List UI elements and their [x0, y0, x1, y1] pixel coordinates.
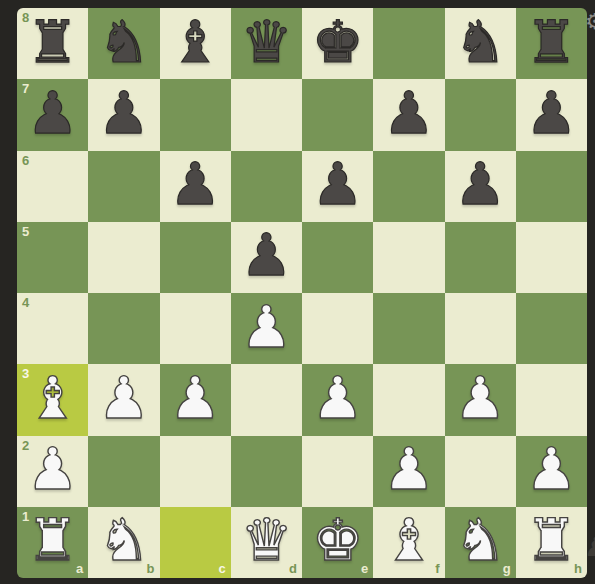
- square-b3[interactable]: ♟: [88, 364, 159, 435]
- white-pawn[interactable]: ♟: [525, 440, 577, 498]
- square-d1[interactable]: d♛: [231, 507, 302, 578]
- square-b2[interactable]: [88, 436, 159, 507]
- square-e7[interactable]: [302, 79, 373, 150]
- square-c7[interactable]: [160, 79, 231, 150]
- black-pawn[interactable]: ♟: [312, 155, 364, 213]
- square-a2[interactable]: 2♟: [17, 436, 88, 507]
- square-d5[interactable]: ♟: [231, 222, 302, 293]
- square-c4[interactable]: [160, 293, 231, 364]
- file-label-c: c: [219, 562, 226, 575]
- black-pawn[interactable]: ♟: [240, 226, 292, 284]
- white-pawn[interactable]: ♟: [27, 440, 79, 498]
- settings-gear-icon[interactable]: ⚙: [585, 11, 595, 33]
- square-e1[interactable]: e♚: [302, 507, 373, 578]
- square-d3[interactable]: [231, 364, 302, 435]
- square-g3[interactable]: ♟: [445, 364, 516, 435]
- black-pawn[interactable]: ♟: [27, 84, 79, 142]
- square-h6[interactable]: [516, 151, 587, 222]
- square-g2[interactable]: [445, 436, 516, 507]
- white-pawn[interactable]: ♟: [383, 440, 435, 498]
- white-bishop[interactable]: ♝: [27, 369, 79, 427]
- square-d7[interactable]: [231, 79, 302, 150]
- white-bishop[interactable]: ♝: [383, 511, 435, 569]
- square-h4[interactable]: [516, 293, 587, 364]
- square-h5[interactable]: [516, 222, 587, 293]
- square-e6[interactable]: ♟: [302, 151, 373, 222]
- chess-board[interactable]: 8♜♞♝♛♚♞♜7♟♟♟♟6♟♟♟5♟4♟3♝♟♟♟♟2♟♟♟1a♜b♞cd♛e…: [17, 8, 587, 578]
- partial-pawn-icon: ♟: [584, 534, 595, 560]
- square-b4[interactable]: [88, 293, 159, 364]
- file-label-f: f: [435, 562, 439, 575]
- square-f6[interactable]: [373, 151, 444, 222]
- square-b1[interactable]: b♞: [88, 507, 159, 578]
- white-pawn[interactable]: ♟: [98, 369, 150, 427]
- square-f7[interactable]: ♟: [373, 79, 444, 150]
- square-a4[interactable]: 4: [17, 293, 88, 364]
- white-knight[interactable]: ♞: [98, 511, 150, 569]
- square-a1[interactable]: 1a♜: [17, 507, 88, 578]
- square-d2[interactable]: [231, 436, 302, 507]
- square-a5[interactable]: 5: [17, 222, 88, 293]
- black-pawn[interactable]: ♟: [454, 155, 506, 213]
- square-d8[interactable]: ♛: [231, 8, 302, 79]
- square-g8[interactable]: ♞: [445, 8, 516, 79]
- square-h2[interactable]: ♟: [516, 436, 587, 507]
- square-b5[interactable]: [88, 222, 159, 293]
- black-pawn[interactable]: ♟: [169, 155, 221, 213]
- square-b7[interactable]: ♟: [88, 79, 159, 150]
- square-c2[interactable]: [160, 436, 231, 507]
- rank-label-6: 6: [22, 154, 29, 167]
- square-e2[interactable]: [302, 436, 373, 507]
- square-c6[interactable]: ♟: [160, 151, 231, 222]
- black-knight[interactable]: ♞: [98, 13, 150, 71]
- square-e3[interactable]: ♟: [302, 364, 373, 435]
- square-f4[interactable]: [373, 293, 444, 364]
- square-a3[interactable]: 3♝: [17, 364, 88, 435]
- white-knight[interactable]: ♞: [454, 511, 506, 569]
- square-d6[interactable]: [231, 151, 302, 222]
- chess-app-window: 8♜♞♝♛♚♞♜7♟♟♟♟6♟♟♟5♟4♟3♝♟♟♟♟2♟♟♟1a♜b♞cd♛e…: [0, 0, 595, 584]
- square-c5[interactable]: [160, 222, 231, 293]
- square-a7[interactable]: 7♟: [17, 79, 88, 150]
- square-a6[interactable]: 6: [17, 151, 88, 222]
- black-rook[interactable]: ♜: [27, 13, 79, 71]
- square-c8[interactable]: ♝: [160, 8, 231, 79]
- square-c3[interactable]: ♟: [160, 364, 231, 435]
- square-f3[interactable]: [373, 364, 444, 435]
- square-h1[interactable]: h♜: [516, 507, 587, 578]
- square-h7[interactable]: ♟: [516, 79, 587, 150]
- black-queen[interactable]: ♛: [240, 13, 292, 71]
- white-pawn[interactable]: ♟: [240, 298, 292, 356]
- square-g7[interactable]: [445, 79, 516, 150]
- white-pawn[interactable]: ♟: [454, 369, 506, 427]
- rank-label-4: 4: [22, 296, 29, 309]
- square-g1[interactable]: g♞: [445, 507, 516, 578]
- square-b6[interactable]: [88, 151, 159, 222]
- square-e8[interactable]: ♚: [302, 8, 373, 79]
- black-knight[interactable]: ♞: [454, 13, 506, 71]
- square-f8[interactable]: [373, 8, 444, 79]
- white-rook[interactable]: ♜: [27, 511, 79, 569]
- white-rook[interactable]: ♜: [525, 511, 577, 569]
- black-pawn[interactable]: ♟: [98, 84, 150, 142]
- white-pawn[interactable]: ♟: [169, 369, 221, 427]
- square-e5[interactable]: [302, 222, 373, 293]
- square-c1[interactable]: c: [160, 507, 231, 578]
- rank-label-5: 5: [22, 225, 29, 238]
- square-h3[interactable]: [516, 364, 587, 435]
- square-g6[interactable]: ♟: [445, 151, 516, 222]
- square-b8[interactable]: ♞: [88, 8, 159, 79]
- white-pawn[interactable]: ♟: [312, 369, 364, 427]
- black-pawn[interactable]: ♟: [525, 84, 577, 142]
- square-f5[interactable]: [373, 222, 444, 293]
- square-d4[interactable]: ♟: [231, 293, 302, 364]
- black-pawn[interactable]: ♟: [383, 84, 435, 142]
- square-h8[interactable]: ♜: [516, 8, 587, 79]
- square-f2[interactable]: ♟: [373, 436, 444, 507]
- square-a8[interactable]: 8♜: [17, 8, 88, 79]
- black-bishop[interactable]: ♝: [169, 13, 221, 71]
- square-f1[interactable]: f♝: [373, 507, 444, 578]
- square-g4[interactable]: [445, 293, 516, 364]
- black-rook[interactable]: ♜: [525, 13, 577, 71]
- square-g5[interactable]: [445, 222, 516, 293]
- white-king[interactable]: ♚: [312, 511, 364, 569]
- white-queen[interactable]: ♛: [240, 511, 292, 569]
- black-king[interactable]: ♚: [312, 13, 364, 71]
- square-e4[interactable]: [302, 293, 373, 364]
